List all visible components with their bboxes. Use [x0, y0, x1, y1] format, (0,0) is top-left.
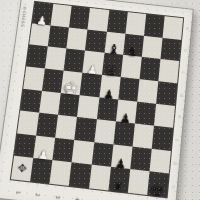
square-r0c4[interactable] — [106, 10, 127, 33]
square-r5c6[interactable] — [132, 124, 154, 149]
square-r7c6[interactable] — [128, 169, 150, 195]
square-r0c7[interactable] — [162, 16, 183, 39]
square-r7c0[interactable]: ✥ — [11, 156, 33, 181]
square-r6c4[interactable] — [91, 142, 113, 167]
white-pawn[interactable]: ♟ — [36, 14, 48, 26]
black-queen[interactable]: ♛ — [104, 62, 120, 79]
brand-emblem-icon: ✥ — [11, 156, 33, 181]
square-r4c7[interactable] — [154, 103, 175, 128]
square-r1c5[interactable]: ♞ — [123, 33, 144, 57]
file-label-e: e — [176, 116, 181, 119]
black-knight[interactable]: ♞ — [126, 44, 140, 59]
board-grid: ♟♝♞♟♛♚♟♟♟♟✥♜♚ — [10, 1, 184, 199]
file-label-a: a — [185, 27, 190, 30]
white-pawn[interactable]: ♟ — [37, 148, 49, 161]
square-r6c5[interactable]: ♟ — [111, 144, 133, 169]
file-label-c: c — [181, 71, 186, 74]
board-mat: ⊕CHESS ♟♝♞♟♛♚♟♟♟♟✥♜♚ 12345678 abcdefgh — [0, 0, 194, 200]
square-r0c5[interactable] — [125, 12, 146, 35]
square-r5c4[interactable] — [94, 119, 116, 144]
black-rook[interactable]: ♜ — [112, 180, 125, 195]
square-r2c3[interactable]: ♟ — [83, 51, 104, 75]
file-label-g: g — [172, 162, 177, 166]
black-pawn[interactable]: ♟ — [103, 87, 115, 100]
rank-label-1: 1 — [15, 190, 22, 194]
file-label-h: h — [170, 185, 175, 189]
square-r2c6[interactable] — [139, 57, 160, 81]
square-r6c7[interactable] — [149, 149, 171, 174]
black-bishop[interactable]: ♝ — [107, 42, 121, 57]
square-r5c3[interactable] — [75, 117, 97, 142]
square-r3c7[interactable] — [156, 81, 177, 105]
white-king[interactable]: ♚ — [62, 78, 80, 97]
square-r0c6[interactable] — [144, 14, 165, 37]
photo-background: ⊕CHESS ♟♝♞♟♛♚♟♟♟♟✥♜♚ 12345678 abcdefgh — [0, 0, 200, 200]
file-label-f: f — [174, 139, 179, 141]
square-r1c4[interactable]: ♝ — [104, 31, 125, 55]
square-r4c6[interactable] — [135, 101, 156, 126]
rank-label-3: 3 — [54, 195, 61, 199]
square-r5c7[interactable] — [152, 126, 173, 151]
brand-text: CHESS — [20, 10, 27, 28]
square-r1c6[interactable] — [142, 35, 163, 59]
square-r6c6[interactable] — [130, 146, 152, 171]
file-label-d: d — [178, 93, 183, 96]
square-r4c5[interactable]: ♟ — [116, 99, 137, 124]
black-pawn[interactable]: ♟ — [120, 112, 132, 125]
square-r3c6[interactable] — [137, 79, 158, 103]
file-label-b: b — [183, 49, 188, 52]
square-r4c3[interactable] — [77, 95, 99, 120]
rank-label-2: 2 — [34, 193, 41, 197]
black-pawn[interactable]: ♟ — [115, 157, 127, 171]
square-r1c3[interactable] — [85, 29, 106, 53]
square-r0c3[interactable] — [88, 8, 109, 31]
square-r2c7[interactable] — [158, 59, 179, 83]
chessboard: ⊕CHESS ♟♝♞♟♛♚♟♟♟♟✥♜♚ 12345678 abcdefgh — [0, 0, 194, 200]
square-r7c7[interactable]: ♚ — [147, 172, 169, 198]
square-r1c7[interactable] — [160, 38, 181, 62]
rank-label-4: 4 — [74, 197, 81, 200]
black-king[interactable]: ♚ — [148, 180, 166, 200]
white-pawn[interactable]: ♟ — [87, 63, 99, 76]
square-r7c4[interactable] — [89, 165, 111, 191]
square-r3c5[interactable] — [118, 77, 139, 101]
brand-label: ⊕CHESS — [20, 6, 28, 28]
